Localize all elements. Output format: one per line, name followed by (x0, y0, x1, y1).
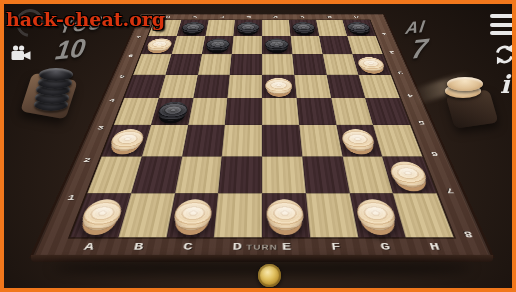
coord-top-A: A (342, 15, 370, 18)
square-h7[interactable] (347, 36, 382, 54)
square-e7[interactable] (262, 36, 292, 54)
piece-light-a3[interactable] (108, 129, 146, 151)
square-c7[interactable] (202, 36, 234, 54)
video-camera-icon[interactable] (11, 45, 31, 65)
square-h8[interactable] (343, 20, 376, 36)
piece-dark-e7[interactable] (265, 39, 289, 52)
turn-label: TURN (246, 244, 277, 251)
square-c5[interactable] (193, 75, 230, 98)
square-f3[interactable] (299, 125, 342, 156)
piece-light-h6[interactable] (356, 57, 386, 71)
piece-light-a1[interactable] (78, 199, 125, 230)
square-c6[interactable] (198, 54, 232, 75)
square-e1[interactable] (262, 193, 310, 237)
piece-light-a7[interactable] (145, 39, 173, 52)
turn-indicator-coin (258, 264, 281, 287)
captured-dark-disc (39, 68, 73, 81)
piece-dark-b8[interactable] (180, 22, 205, 33)
square-e8[interactable] (262, 20, 290, 36)
coord-top-E: E (235, 15, 262, 18)
square-d7[interactable] (232, 36, 262, 54)
coord-bottom-B: B (112, 242, 164, 253)
square-e2[interactable] (262, 156, 306, 193)
piece-dark-h8[interactable] (346, 22, 372, 33)
square-d2[interactable] (218, 156, 262, 193)
coord-left-7: 7 (129, 36, 142, 54)
info-icon[interactable]: i (500, 72, 510, 97)
coord-bottom-G: G (360, 242, 412, 253)
square-f4[interactable] (296, 98, 336, 125)
square-f6[interactable] (292, 54, 326, 75)
coord-bottom-F: F (311, 242, 362, 253)
square-b4[interactable] (151, 98, 193, 125)
coord-right-3: 3 (390, 54, 404, 75)
square-d3[interactable] (222, 125, 262, 156)
square-b6[interactable] (165, 54, 201, 75)
square-h5[interactable] (359, 75, 400, 98)
refresh-icon[interactable] (493, 43, 516, 70)
square-d1[interactable] (214, 193, 262, 237)
square-e3[interactable] (262, 125, 302, 156)
coords-bottom: TURN ABCDEFGH (61, 239, 463, 256)
square-d8[interactable] (234, 20, 262, 36)
square-h6[interactable] (353, 54, 391, 75)
piece-light-g1[interactable] (355, 199, 399, 230)
square-b5[interactable] (159, 75, 198, 98)
piece-dark-d8[interactable] (237, 22, 260, 33)
square-f8[interactable] (289, 20, 319, 36)
square-f7[interactable] (290, 36, 322, 54)
menu-icon[interactable] (490, 14, 514, 35)
square-f5[interactable] (294, 75, 331, 98)
piece-light-e1[interactable] (266, 199, 304, 230)
piece-light-c1[interactable] (172, 199, 213, 230)
coord-right-4: 4 (398, 74, 413, 98)
coord-right-1: 1 (376, 20, 387, 36)
square-d4[interactable] (225, 98, 262, 125)
coord-top-D: D (262, 15, 289, 18)
piece-dark-b4[interactable] (156, 102, 189, 121)
coord-top-C: C (289, 15, 316, 18)
you-piece-count: 10 (53, 33, 87, 67)
square-c3[interactable] (182, 125, 225, 156)
coord-right-2: 2 (382, 36, 395, 54)
square-c8[interactable] (205, 20, 235, 36)
coord-bottom-A: A (62, 242, 115, 253)
square-b8[interactable] (177, 20, 209, 36)
square-c4[interactable] (188, 98, 228, 125)
piece-dark-f8[interactable] (292, 22, 316, 33)
square-e5[interactable] (262, 75, 296, 98)
piece-light-e5[interactable] (265, 78, 292, 94)
coord-top-F: F (208, 15, 235, 18)
square-c1[interactable] (166, 193, 218, 237)
coord-bottom-H: H (409, 242, 462, 253)
coord-top-B: B (315, 15, 343, 18)
coord-bottom-C: C (162, 242, 213, 253)
square-d6[interactable] (230, 54, 262, 75)
square-e4[interactable] (262, 98, 299, 125)
game-screen: HGFEDCBA TURN ABCDEFGH 87654321 12345678… (0, 0, 516, 292)
square-d5[interactable] (228, 75, 262, 98)
square-c2[interactable] (175, 156, 222, 193)
captured-light-disc (447, 77, 483, 91)
piece-dark-c7[interactable] (205, 39, 230, 52)
square-e6[interactable] (262, 54, 294, 75)
coord-top-G: G (181, 15, 209, 18)
square-b7[interactable] (171, 36, 205, 54)
square-f2[interactable] (302, 156, 349, 193)
square-b3[interactable] (142, 125, 188, 156)
piece-light-h2[interactable] (388, 161, 430, 187)
piece-light-g3[interactable] (341, 129, 377, 151)
watermark: hack-cheat.org (6, 8, 165, 30)
